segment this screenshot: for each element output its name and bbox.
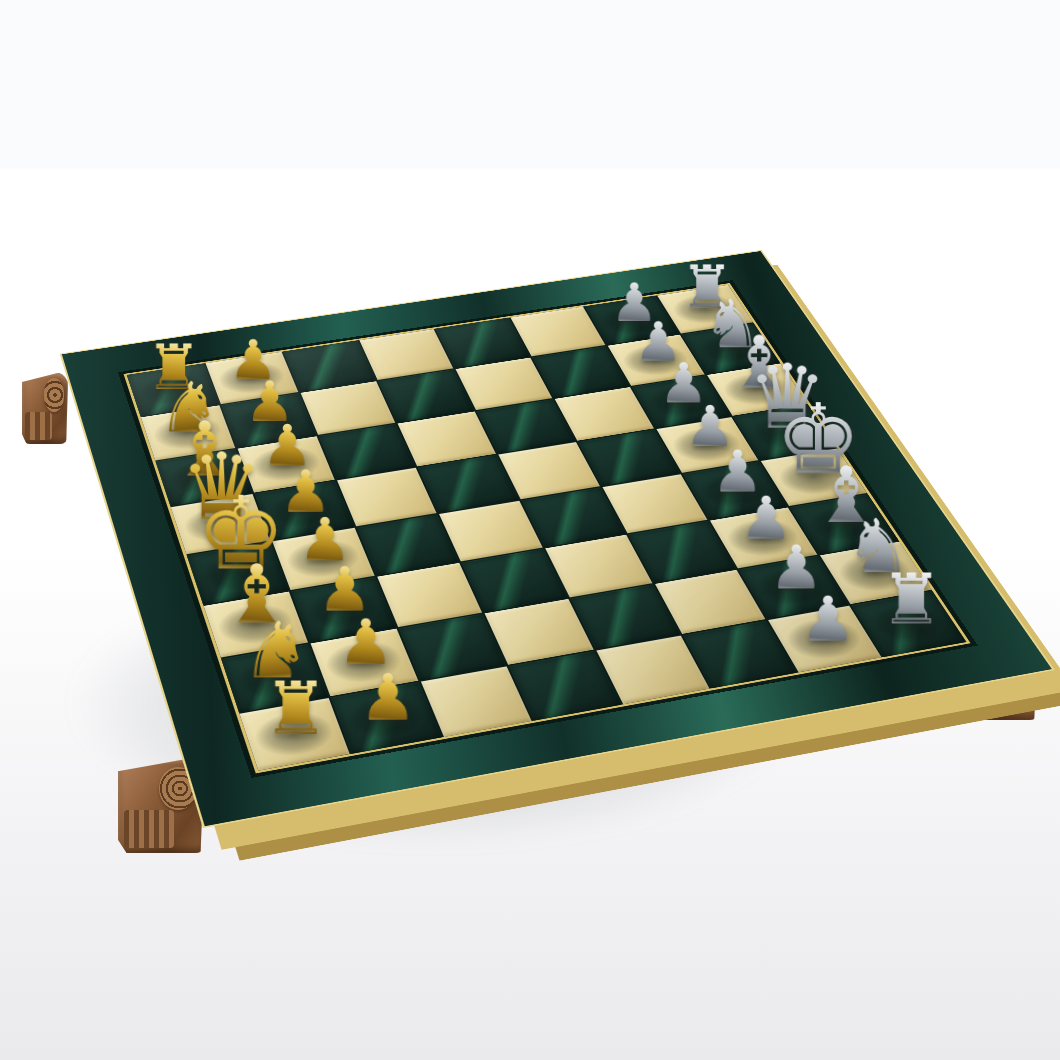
silver-pawn-glyph: ♟: [783, 588, 871, 650]
photo-backdrop: ♜♟♟♜♞♟♟♞♝♟♟♝♛♟♟♛♚♟♟♚♝♟♟♝♞♟♟♞♜♟♟♜: [0, 0, 1060, 1060]
gold-pawn-glyph: ♟: [342, 665, 434, 729]
gold-rook-glyph: ♜: [250, 673, 342, 747]
silver-rook-glyph: ♜: [868, 565, 956, 635]
bronze-foot-far-left-icon: [22, 372, 68, 444]
